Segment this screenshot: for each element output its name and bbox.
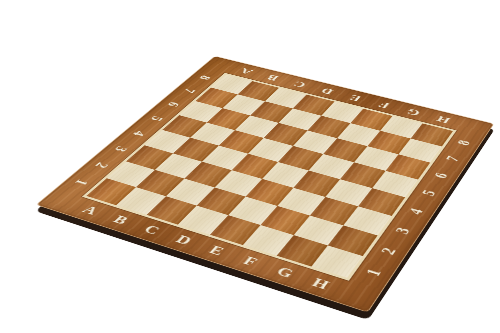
square-d1[interactable] bbox=[178, 206, 228, 235]
square-h2[interactable] bbox=[328, 225, 378, 256]
square-e4[interactable] bbox=[262, 162, 308, 188]
file-labels-bottom: ABCDEFGH bbox=[65, 196, 347, 301]
rank-label-2: 2 bbox=[78, 153, 126, 178]
square-f1[interactable] bbox=[243, 225, 294, 256]
square-d2[interactable] bbox=[197, 187, 246, 215]
square-f3[interactable] bbox=[277, 188, 325, 216]
square-h4[interactable] bbox=[358, 188, 405, 216]
square-d3[interactable] bbox=[215, 170, 263, 196]
rank-label-1: 1 bbox=[57, 170, 106, 196]
square-f4[interactable] bbox=[293, 171, 340, 197]
square-g1[interactable] bbox=[277, 235, 328, 266]
square-g5[interactable] bbox=[340, 162, 386, 188]
square-h5[interactable] bbox=[372, 171, 418, 197]
square-b1[interactable] bbox=[116, 187, 166, 215]
square-f2[interactable] bbox=[261, 206, 310, 235]
square-a2[interactable] bbox=[107, 161, 155, 187]
square-c1[interactable] bbox=[147, 196, 197, 224]
square-c3[interactable] bbox=[184, 162, 231, 188]
square-e1[interactable] bbox=[210, 215, 261, 245]
chess-board: ABCDEFGH ABCDEFGH 87654321 87654321 bbox=[36, 56, 495, 313]
square-g3[interactable] bbox=[310, 197, 358, 225]
square-h1[interactable] bbox=[311, 245, 362, 277]
square-b2[interactable] bbox=[136, 170, 184, 196]
square-g4[interactable] bbox=[325, 179, 372, 206]
square-a1[interactable] bbox=[86, 178, 136, 205]
square-g2[interactable] bbox=[294, 216, 344, 246]
playing-field bbox=[86, 75, 453, 278]
square-e2[interactable] bbox=[228, 197, 277, 225]
square-c2[interactable] bbox=[166, 179, 215, 206]
photo-background: ABCDEFGH ABCDEFGH 87654321 87654321 bbox=[0, 0, 500, 333]
board-frame: ABCDEFGH ABCDEFGH 87654321 87654321 bbox=[36, 56, 495, 313]
square-h3[interactable] bbox=[343, 206, 391, 235]
square-e3[interactable] bbox=[246, 179, 294, 206]
